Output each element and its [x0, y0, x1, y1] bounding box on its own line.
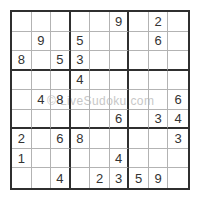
cell-r2c4[interactable]: 5 [71, 32, 91, 52]
cell-r2c2[interactable]: 9 [32, 32, 52, 52]
cell-r1c3[interactable] [51, 12, 71, 32]
cell-r7c1[interactable]: 2 [12, 129, 32, 149]
cell-r3c9[interactable] [168, 51, 188, 71]
sudoku-cells-grid: 92956853448663426831442359 [12, 12, 188, 188]
cell-r1c6[interactable]: 9 [110, 12, 130, 32]
cell-r3c4[interactable]: 3 [71, 51, 91, 71]
cell-r7c9[interactable]: 3 [168, 129, 188, 149]
cell-r6c5[interactable] [90, 110, 110, 130]
cell-r3c7[interactable] [129, 51, 149, 71]
cell-r9c4[interactable] [71, 168, 91, 188]
cell-r4c4[interactable]: 4 [71, 71, 91, 91]
cell-r5c6[interactable] [110, 90, 130, 110]
cell-r9c1[interactable] [12, 168, 32, 188]
cell-r9c2[interactable] [32, 168, 52, 188]
cell-r8c3[interactable] [51, 149, 71, 169]
cell-r6c6[interactable]: 6 [110, 110, 130, 130]
cell-r5c8[interactable] [149, 90, 169, 110]
cell-r1c2[interactable] [32, 12, 52, 32]
cell-r5c5[interactable] [90, 90, 110, 110]
cell-r9c8[interactable]: 9 [149, 168, 169, 188]
cell-r4c5[interactable] [90, 71, 110, 91]
cell-r1c4[interactable] [71, 12, 91, 32]
cell-r1c7[interactable] [129, 12, 149, 32]
cell-r4c2[interactable] [32, 71, 52, 91]
cell-r8c2[interactable] [32, 149, 52, 169]
cell-r4c9[interactable] [168, 71, 188, 91]
cell-r9c9[interactable] [168, 168, 188, 188]
cell-r4c6[interactable] [110, 71, 130, 91]
cell-r3c6[interactable] [110, 51, 130, 71]
cell-r6c2[interactable] [32, 110, 52, 130]
cell-r1c5[interactable] [90, 12, 110, 32]
cell-r6c7[interactable] [129, 110, 149, 130]
cell-r2c8[interactable]: 6 [149, 32, 169, 52]
cell-r3c3[interactable]: 5 [51, 51, 71, 71]
cell-r3c5[interactable] [90, 51, 110, 71]
cell-r6c4[interactable] [71, 110, 91, 130]
cell-r3c2[interactable] [32, 51, 52, 71]
cell-r6c8[interactable]: 3 [149, 110, 169, 130]
cell-r5c9[interactable]: 6 [168, 90, 188, 110]
sudoku-board: © LiveSudoku.com 92956853448663426831442… [10, 10, 190, 190]
cell-r4c7[interactable] [129, 71, 149, 91]
cell-r8c4[interactable] [71, 149, 91, 169]
cell-r2c9[interactable] [168, 32, 188, 52]
cell-r9c6[interactable]: 3 [110, 168, 130, 188]
cell-r8c7[interactable] [129, 149, 149, 169]
cell-r9c7[interactable]: 5 [129, 168, 149, 188]
cell-r2c7[interactable] [129, 32, 149, 52]
cell-r7c5[interactable] [90, 129, 110, 149]
cell-r7c2[interactable] [32, 129, 52, 149]
cell-r7c4[interactable]: 8 [71, 129, 91, 149]
cell-r4c8[interactable] [149, 71, 169, 91]
sudoku-puzzle-screenshot: © LiveSudoku.com 92956853448663426831442… [0, 0, 200, 200]
cell-r8c5[interactable] [90, 149, 110, 169]
cell-r3c1[interactable]: 8 [12, 51, 32, 71]
cell-r2c6[interactable] [110, 32, 130, 52]
cell-r6c9[interactable]: 4 [168, 110, 188, 130]
cell-r4c3[interactable] [51, 71, 71, 91]
cell-r1c9[interactable] [168, 12, 188, 32]
cell-r6c1[interactable] [12, 110, 32, 130]
cell-r8c8[interactable] [149, 149, 169, 169]
cell-r6c3[interactable] [51, 110, 71, 130]
cell-r5c3[interactable]: 8 [51, 90, 71, 110]
cell-r7c6[interactable] [110, 129, 130, 149]
cell-r7c7[interactable] [129, 129, 149, 149]
cell-r3c8[interactable] [149, 51, 169, 71]
cell-r2c1[interactable] [12, 32, 32, 52]
cell-r7c3[interactable]: 6 [51, 129, 71, 149]
cell-r1c1[interactable] [12, 12, 32, 32]
cell-r9c5[interactable]: 2 [90, 168, 110, 188]
cell-r7c8[interactable] [149, 129, 169, 149]
cell-r5c4[interactable] [71, 90, 91, 110]
cell-r2c5[interactable] [90, 32, 110, 52]
cell-r2c3[interactable] [51, 32, 71, 52]
cell-r1c8[interactable]: 2 [149, 12, 169, 32]
cell-r9c3[interactable]: 4 [51, 168, 71, 188]
cell-r8c9[interactable] [168, 149, 188, 169]
cell-r4c1[interactable] [12, 71, 32, 91]
cell-r5c1[interactable] [12, 90, 32, 110]
cell-r8c6[interactable]: 4 [110, 149, 130, 169]
cell-r8c1[interactable]: 1 [12, 149, 32, 169]
cell-r5c7[interactable] [129, 90, 149, 110]
cell-r5c2[interactable]: 4 [32, 90, 52, 110]
